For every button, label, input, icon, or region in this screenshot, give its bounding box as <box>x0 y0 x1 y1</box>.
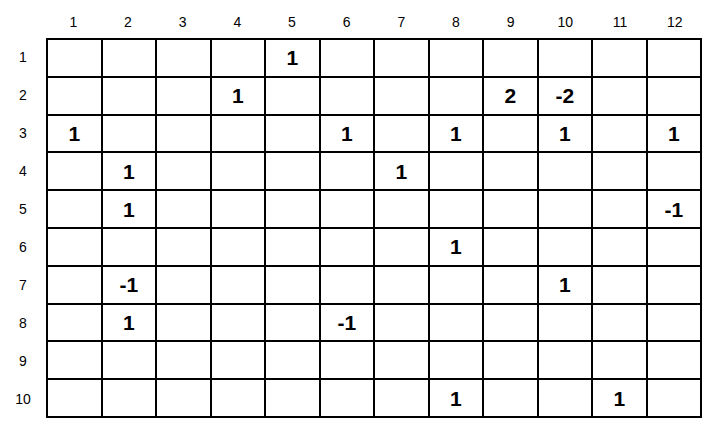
cell-r10-c12 <box>648 380 701 416</box>
row-label-6: 6 <box>0 228 46 266</box>
row-label-7: 7 <box>0 266 46 304</box>
cell-r7-c11 <box>593 267 646 303</box>
col-label-4: 4 <box>210 0 265 38</box>
cell-r10-c3 <box>157 380 210 416</box>
cell-r7-c9 <box>484 267 537 303</box>
col-label-12: 12 <box>647 0 702 38</box>
cell-r4-c1 <box>48 153 101 189</box>
cell-r8-c9 <box>484 305 537 341</box>
cell-r4-c3 <box>157 153 210 189</box>
row-label-5: 5 <box>0 190 46 228</box>
cell-r9-c6 <box>321 342 374 378</box>
cell-r10-c6 <box>321 380 374 416</box>
cell-r6-c9 <box>484 229 537 265</box>
cell-r8-c1 <box>48 305 101 341</box>
cell-r1-c5: 1 <box>266 40 319 76</box>
row-label-3: 3 <box>0 114 46 152</box>
cell-r5-c2: 1 <box>103 191 156 227</box>
cell-r10-c8: 1 <box>430 380 483 416</box>
cell-r2-c9: 2 <box>484 78 537 114</box>
cell-r9-c8 <box>430 342 483 378</box>
col-label-3: 3 <box>155 0 210 38</box>
cell-r3-c2 <box>103 116 156 152</box>
cell-r2-c6 <box>321 78 374 114</box>
cell-r3-c1: 1 <box>48 116 101 152</box>
cell-r9-c10 <box>539 342 592 378</box>
cell-r5-c6 <box>321 191 374 227</box>
row-labels: 12345678910 <box>0 38 46 418</box>
cell-r1-c6 <box>321 40 374 76</box>
cell-r6-c8: 1 <box>430 229 483 265</box>
row-label-1: 1 <box>0 38 46 76</box>
row-label-10: 10 <box>0 380 46 418</box>
cell-r6-c1 <box>48 229 101 265</box>
cell-r2-c10: -2 <box>539 78 592 114</box>
cell-r7-c3 <box>157 267 210 303</box>
cell-r4-c8 <box>430 153 483 189</box>
col-label-9: 9 <box>483 0 538 38</box>
cell-r6-c6 <box>321 229 374 265</box>
col-label-5: 5 <box>265 0 320 38</box>
cell-r9-c1 <box>48 342 101 378</box>
cell-r5-c9 <box>484 191 537 227</box>
col-label-11: 11 <box>593 0 648 38</box>
cell-r3-c8: 1 <box>430 116 483 152</box>
cell-r7-c5 <box>266 267 319 303</box>
cell-r4-c2: 1 <box>103 153 156 189</box>
cell-r5-c3 <box>157 191 210 227</box>
cell-r7-c10: 1 <box>539 267 592 303</box>
row-label-2: 2 <box>0 76 46 114</box>
cell-r8-c11 <box>593 305 646 341</box>
cell-r4-c9 <box>484 153 537 189</box>
cell-r1-c11 <box>593 40 646 76</box>
cell-r1-c3 <box>157 40 210 76</box>
cell-r9-c3 <box>157 342 210 378</box>
cell-r6-c4 <box>212 229 265 265</box>
cell-r9-c7 <box>375 342 428 378</box>
board-grid: 112-211111111-11-111-111 <box>46 38 702 418</box>
cell-r8-c5 <box>266 305 319 341</box>
cell-r9-c2 <box>103 342 156 378</box>
cell-r5-c1 <box>48 191 101 227</box>
cell-r2-c1 <box>48 78 101 114</box>
cell-r6-c11 <box>593 229 646 265</box>
cell-r5-c12: -1 <box>648 191 701 227</box>
cell-r1-c9 <box>484 40 537 76</box>
cell-r7-c2: -1 <box>103 267 156 303</box>
cell-r4-c4 <box>212 153 265 189</box>
cell-r10-c4 <box>212 380 265 416</box>
cell-r9-c12 <box>648 342 701 378</box>
cell-r1-c4 <box>212 40 265 76</box>
cell-r10-c7 <box>375 380 428 416</box>
cell-r3-c3 <box>157 116 210 152</box>
cell-r5-c5 <box>266 191 319 227</box>
cell-r5-c4 <box>212 191 265 227</box>
cell-r1-c8 <box>430 40 483 76</box>
column-labels: 123456789101112 <box>46 0 702 38</box>
cell-r2-c2 <box>103 78 156 114</box>
cell-r9-c9 <box>484 342 537 378</box>
cell-r6-c2 <box>103 229 156 265</box>
cell-r2-c7 <box>375 78 428 114</box>
cell-r9-c11 <box>593 342 646 378</box>
cell-r2-c5 <box>266 78 319 114</box>
cell-r1-c7 <box>375 40 428 76</box>
cell-r8-c3 <box>157 305 210 341</box>
cell-r6-c7 <box>375 229 428 265</box>
col-label-10: 10 <box>538 0 593 38</box>
cell-r3-c7 <box>375 116 428 152</box>
cell-r1-c10 <box>539 40 592 76</box>
cell-r8-c10 <box>539 305 592 341</box>
cell-r8-c6: -1 <box>321 305 374 341</box>
cell-r5-c8 <box>430 191 483 227</box>
cell-r7-c1 <box>48 267 101 303</box>
cell-r4-c7: 1 <box>375 153 428 189</box>
cell-r4-c5 <box>266 153 319 189</box>
cell-r9-c5 <box>266 342 319 378</box>
cell-r7-c8 <box>430 267 483 303</box>
cell-r7-c7 <box>375 267 428 303</box>
cell-r3-c12: 1 <box>648 116 701 152</box>
cell-r3-c11 <box>593 116 646 152</box>
cell-r6-c5 <box>266 229 319 265</box>
col-label-6: 6 <box>319 0 374 38</box>
cell-r9-c4 <box>212 342 265 378</box>
cell-r1-c12 <box>648 40 701 76</box>
cell-r10-c11: 1 <box>593 380 646 416</box>
cell-r2-c4: 1 <box>212 78 265 114</box>
cell-r2-c8 <box>430 78 483 114</box>
row-label-8: 8 <box>0 304 46 342</box>
cell-r5-c10 <box>539 191 592 227</box>
cell-r6-c3 <box>157 229 210 265</box>
col-label-1: 1 <box>46 0 101 38</box>
cell-r7-c6 <box>321 267 374 303</box>
cell-r3-c9 <box>484 116 537 152</box>
cell-r4-c11 <box>593 153 646 189</box>
cell-r2-c3 <box>157 78 210 114</box>
cell-r8-c8 <box>430 305 483 341</box>
col-label-7: 7 <box>374 0 429 38</box>
cell-r10-c1 <box>48 380 101 416</box>
cell-r10-c5 <box>266 380 319 416</box>
cell-r10-c2 <box>103 380 156 416</box>
cell-r8-c2: 1 <box>103 305 156 341</box>
cell-r7-c12 <box>648 267 701 303</box>
number-grid-diagram: 123456789101112 12345678910 112-21111111… <box>0 0 707 425</box>
cell-r1-c1 <box>48 40 101 76</box>
cell-r6-c10 <box>539 229 592 265</box>
cell-r4-c6 <box>321 153 374 189</box>
cell-r3-c10: 1 <box>539 116 592 152</box>
cell-r5-c7 <box>375 191 428 227</box>
cell-r5-c11 <box>593 191 646 227</box>
cell-r2-c11 <box>593 78 646 114</box>
row-label-9: 9 <box>0 342 46 380</box>
cell-r2-c12 <box>648 78 701 114</box>
cell-r10-c10 <box>539 380 592 416</box>
col-label-8: 8 <box>429 0 484 38</box>
cell-r8-c7 <box>375 305 428 341</box>
col-label-2: 2 <box>101 0 156 38</box>
cell-r8-c12 <box>648 305 701 341</box>
cell-r3-c6: 1 <box>321 116 374 152</box>
cell-r1-c2 <box>103 40 156 76</box>
cell-r8-c4 <box>212 305 265 341</box>
cell-r4-c10 <box>539 153 592 189</box>
cell-r4-c12 <box>648 153 701 189</box>
cell-r10-c9 <box>484 380 537 416</box>
cell-r3-c5 <box>266 116 319 152</box>
row-label-4: 4 <box>0 152 46 190</box>
cell-r6-c12 <box>648 229 701 265</box>
cell-r7-c4 <box>212 267 265 303</box>
cell-r3-c4 <box>212 116 265 152</box>
